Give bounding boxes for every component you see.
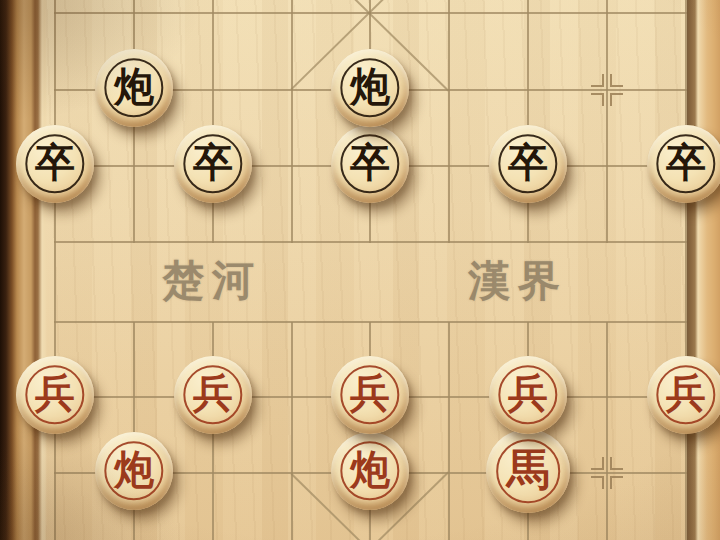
- piece-glyph: 兵: [666, 374, 706, 414]
- piece-glyph: 卒: [666, 143, 706, 183]
- grid-line: [606, 0, 608, 243]
- grid-line: [54, 241, 687, 243]
- piece-red-cannon[interactable]: 炮: [331, 432, 409, 510]
- river-label-chu-he: 楚河: [162, 253, 261, 309]
- piece-black-cannon[interactable]: 炮: [95, 49, 173, 127]
- grid-line: [291, 0, 293, 243]
- piece-glyph: 卒: [508, 143, 548, 183]
- piece-glyph: 卒: [193, 143, 233, 183]
- grid-line: [527, 0, 529, 243]
- point-marker: [591, 74, 623, 106]
- board-frame-right: [687, 0, 720, 540]
- piece-glyph: 炮: [114, 450, 154, 490]
- grid-line: [212, 0, 214, 243]
- grid-line: [448, 0, 450, 243]
- point-marker-corner: [610, 457, 623, 470]
- piece-glyph: 炮: [350, 67, 390, 107]
- point-marker-corner: [610, 74, 623, 87]
- grid-line: [54, 0, 56, 540]
- piece-glyph: 炮: [114, 67, 154, 107]
- piece-glyph: 兵: [350, 374, 390, 414]
- point-marker-corner: [591, 457, 604, 470]
- board-frame-left: [0, 0, 47, 540]
- piece-red-soldier[interactable]: 兵: [647, 356, 720, 434]
- piece-black-soldier[interactable]: 卒: [489, 125, 567, 203]
- point-marker-corner: [610, 476, 623, 489]
- piece-glyph: 卒: [350, 143, 390, 183]
- piece-glyph: 兵: [508, 374, 548, 414]
- piece-red-cannon[interactable]: 炮: [95, 432, 173, 510]
- point-marker-corner: [591, 74, 604, 87]
- grid-line: [606, 322, 608, 540]
- piece-glyph: 兵: [193, 374, 233, 414]
- river-label-han-jie: 漢界: [468, 253, 567, 309]
- piece-black-cannon[interactable]: 炮: [331, 49, 409, 127]
- piece-red-soldier[interactable]: 兵: [174, 356, 252, 434]
- piece-black-soldier[interactable]: 卒: [331, 125, 409, 203]
- point-marker-corner: [610, 93, 623, 106]
- point-marker-corner: [591, 476, 604, 489]
- piece-red-soldier[interactable]: 兵: [489, 356, 567, 434]
- piece-glyph: 卒: [35, 143, 75, 183]
- piece-red-soldier[interactable]: 兵: [331, 356, 409, 434]
- xiangqi-board: 楚河 漢界 炮炮馬兵兵兵兵兵卒卒卒卒卒炮炮: [0, 0, 720, 540]
- piece-red-soldier[interactable]: 兵: [16, 356, 94, 434]
- piece-glyph: 馬: [507, 448, 550, 491]
- piece-black-soldier[interactable]: 卒: [174, 125, 252, 203]
- point-marker-corner: [591, 93, 604, 106]
- point-marker: [591, 457, 623, 489]
- piece-glyph: 炮: [350, 450, 390, 490]
- grid-line: [291, 322, 293, 540]
- piece-black-soldier[interactable]: 卒: [647, 125, 720, 203]
- grid-line: [448, 322, 450, 540]
- piece-black-soldier[interactable]: 卒: [16, 125, 94, 203]
- piece-glyph: 兵: [35, 374, 75, 414]
- piece-red-horse[interactable]: 馬: [486, 429, 570, 513]
- grid-line: [54, 321, 687, 323]
